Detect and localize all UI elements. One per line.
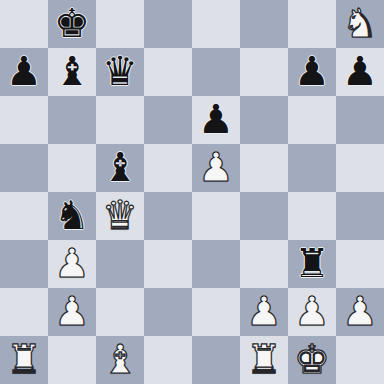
piece-black-pawn[interactable]: ♟	[336, 48, 384, 96]
square-f5[interactable]	[240, 144, 288, 192]
square-a4[interactable]	[0, 192, 48, 240]
square-d3[interactable]	[144, 240, 192, 288]
square-h6[interactable]	[336, 96, 384, 144]
square-a5[interactable]	[0, 144, 48, 192]
piece-black-pawn[interactable]: ♟	[0, 48, 48, 96]
piece-black-queen[interactable]: ♛	[96, 48, 144, 96]
square-c8[interactable]	[96, 0, 144, 48]
square-h2[interactable]: ♟	[336, 288, 384, 336]
square-e5[interactable]: ♟	[192, 144, 240, 192]
piece-white-pawn[interactable]: ♟	[240, 288, 288, 336]
piece-white-rook[interactable]: ♜	[240, 336, 288, 384]
square-f4[interactable]	[240, 192, 288, 240]
square-b8[interactable]: ♚	[48, 0, 96, 48]
piece-white-bishop[interactable]: ♝	[96, 336, 144, 384]
square-d6[interactable]	[144, 96, 192, 144]
square-a1[interactable]: ♜	[0, 336, 48, 384]
square-f3[interactable]	[240, 240, 288, 288]
square-b1[interactable]	[48, 336, 96, 384]
piece-white-pawn[interactable]: ♟	[288, 288, 336, 336]
square-d2[interactable]	[144, 288, 192, 336]
piece-black-rook[interactable]: ♜	[288, 240, 336, 288]
square-c5[interactable]: ♝	[96, 144, 144, 192]
piece-black-king[interactable]: ♚	[48, 0, 96, 48]
square-f2[interactable]: ♟	[240, 288, 288, 336]
square-e4[interactable]	[192, 192, 240, 240]
square-c2[interactable]	[96, 288, 144, 336]
square-b5[interactable]	[48, 144, 96, 192]
square-d7[interactable]	[144, 48, 192, 96]
square-h7[interactable]: ♟	[336, 48, 384, 96]
square-h3[interactable]	[336, 240, 384, 288]
piece-white-queen[interactable]: ♛	[96, 192, 144, 240]
square-e1[interactable]	[192, 336, 240, 384]
square-e7[interactable]	[192, 48, 240, 96]
square-a7[interactable]: ♟	[0, 48, 48, 96]
square-d5[interactable]	[144, 144, 192, 192]
piece-black-bishop[interactable]: ♝	[96, 144, 144, 192]
square-e8[interactable]	[192, 0, 240, 48]
square-h1[interactable]	[336, 336, 384, 384]
piece-white-pawn[interactable]: ♟	[48, 240, 96, 288]
piece-white-pawn[interactable]: ♟	[48, 288, 96, 336]
square-e6[interactable]: ♟	[192, 96, 240, 144]
square-g5[interactable]	[288, 144, 336, 192]
square-d1[interactable]	[144, 336, 192, 384]
piece-white-rook[interactable]: ♜	[0, 336, 48, 384]
square-c1[interactable]: ♝	[96, 336, 144, 384]
square-g8[interactable]	[288, 0, 336, 48]
piece-white-knight[interactable]: ♞	[336, 0, 384, 48]
square-f1[interactable]: ♜	[240, 336, 288, 384]
chess-board: ♚♞♟♝♛♟♟♟♝♟♞♛♟♜♟♟♟♟♜♝♜♚	[0, 0, 384, 384]
square-f6[interactable]	[240, 96, 288, 144]
piece-black-knight[interactable]: ♞	[48, 192, 96, 240]
square-f7[interactable]	[240, 48, 288, 96]
square-b3[interactable]: ♟	[48, 240, 96, 288]
square-f8[interactable]	[240, 0, 288, 48]
square-g6[interactable]	[288, 96, 336, 144]
square-d8[interactable]	[144, 0, 192, 48]
square-c4[interactable]: ♛	[96, 192, 144, 240]
square-a2[interactable]	[0, 288, 48, 336]
square-d4[interactable]	[144, 192, 192, 240]
square-h8[interactable]: ♞	[336, 0, 384, 48]
piece-black-pawn[interactable]: ♟	[288, 48, 336, 96]
square-b7[interactable]: ♝	[48, 48, 96, 96]
square-b6[interactable]	[48, 96, 96, 144]
square-e3[interactable]	[192, 240, 240, 288]
square-b4[interactable]: ♞	[48, 192, 96, 240]
square-a3[interactable]	[0, 240, 48, 288]
piece-black-bishop[interactable]: ♝	[48, 48, 96, 96]
square-g7[interactable]: ♟	[288, 48, 336, 96]
square-e2[interactable]	[192, 288, 240, 336]
square-g3[interactable]: ♜	[288, 240, 336, 288]
piece-white-king[interactable]: ♚	[288, 336, 336, 384]
square-g4[interactable]	[288, 192, 336, 240]
square-g2[interactable]: ♟	[288, 288, 336, 336]
square-c6[interactable]	[96, 96, 144, 144]
square-c3[interactable]	[96, 240, 144, 288]
square-b2[interactable]: ♟	[48, 288, 96, 336]
piece-white-pawn[interactable]: ♟	[192, 144, 240, 192]
square-g1[interactable]: ♚	[288, 336, 336, 384]
square-a8[interactable]	[0, 0, 48, 48]
square-h4[interactable]	[336, 192, 384, 240]
square-h5[interactable]	[336, 144, 384, 192]
piece-black-pawn[interactable]: ♟	[192, 96, 240, 144]
square-a6[interactable]	[0, 96, 48, 144]
square-c7[interactable]: ♛	[96, 48, 144, 96]
piece-white-pawn[interactable]: ♟	[336, 288, 384, 336]
